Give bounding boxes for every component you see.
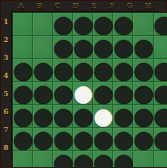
row-label-6: 6 [0,103,12,121]
black-disc: ● [113,59,133,82]
cell-E7[interactable]: ● [93,151,113,167]
white-disc: ● [73,82,93,105]
cell-H7[interactable] [154,151,167,167]
black-disc: ● [154,82,167,105]
col-label-B: B [30,0,48,12]
cell-G6[interactable]: ● [133,128,153,151]
black-disc: ● [33,128,53,151]
row-label-7: 7 [0,121,12,139]
cell-C7[interactable]: ● [53,151,73,167]
cell-A7[interactable] [13,151,33,167]
cell-B7[interactable] [33,151,53,167]
row-label-3: 3 [0,48,12,66]
black-disc: ● [113,128,133,151]
black-disc: ● [133,36,153,59]
black-disc: ● [133,59,153,82]
row-labels: 12345678 [0,12,12,157]
black-disc: ● [113,105,133,128]
black-disc: ● [53,36,73,59]
black-disc: ● [73,13,93,36]
black-disc: ● [113,151,133,168]
row-label-2: 2 [0,30,12,48]
black-disc: ● [73,128,93,151]
row-label-5: 5 [0,85,12,103]
othello-board-window: ABCDEFGH 12345678 ●●●●●●●●●●●●●●●●●●●●●●… [0,0,167,167]
black-disc: ● [13,128,33,151]
black-disc: ● [13,82,33,105]
black-disc: ● [33,105,53,128]
black-disc: ● [133,82,153,105]
black-disc: ● [154,13,167,36]
black-disc: ● [93,36,113,59]
black-disc: ● [93,128,113,151]
black-disc: ● [93,13,113,36]
cell-A6[interactable]: ● [13,128,33,151]
cell-D7[interactable]: ● [73,151,93,167]
cell-H1[interactable]: ● [154,13,167,36]
black-disc: ● [53,13,73,36]
black-disc: ● [93,151,113,168]
cell-G7[interactable] [133,151,153,167]
board: ●●●●●●●●●●●●●●●●●●●●●●●●●●●●●●●●●●●●●●●●… [12,12,157,157]
black-disc: ● [154,128,167,151]
black-disc: ● [53,151,73,168]
white-disc: ● [93,105,113,128]
black-disc: ● [53,82,73,105]
col-label-A: A [12,0,30,12]
black-disc: ● [113,36,133,59]
black-disc: ● [133,128,153,151]
cell-B6[interactable]: ● [33,128,53,151]
black-disc: ● [73,105,93,128]
cell-A1[interactable] [13,13,33,36]
row-label-1: 1 [0,12,12,30]
black-disc: ● [33,82,53,105]
black-disc: ● [73,36,93,59]
black-disc: ● [133,105,153,128]
black-disc: ● [93,82,113,105]
black-disc: ● [113,82,133,105]
black-disc: ● [53,105,73,128]
black-disc: ● [113,13,133,36]
black-disc: ● [73,151,93,168]
black-disc: ● [13,105,33,128]
black-disc: ● [53,59,73,82]
black-disc: ● [73,59,93,82]
row-label-8: 8 [0,139,12,157]
cell-H6[interactable]: ● [154,128,167,151]
black-disc: ● [13,59,33,82]
black-disc: ● [154,59,167,82]
black-disc: ● [93,59,113,82]
black-disc: ● [33,59,53,82]
black-disc: ● [53,128,73,151]
row-label-4: 4 [0,66,12,84]
cell-F7[interactable]: ● [113,151,133,167]
cell-B1[interactable] [33,13,53,36]
black-disc: ● [154,105,167,128]
